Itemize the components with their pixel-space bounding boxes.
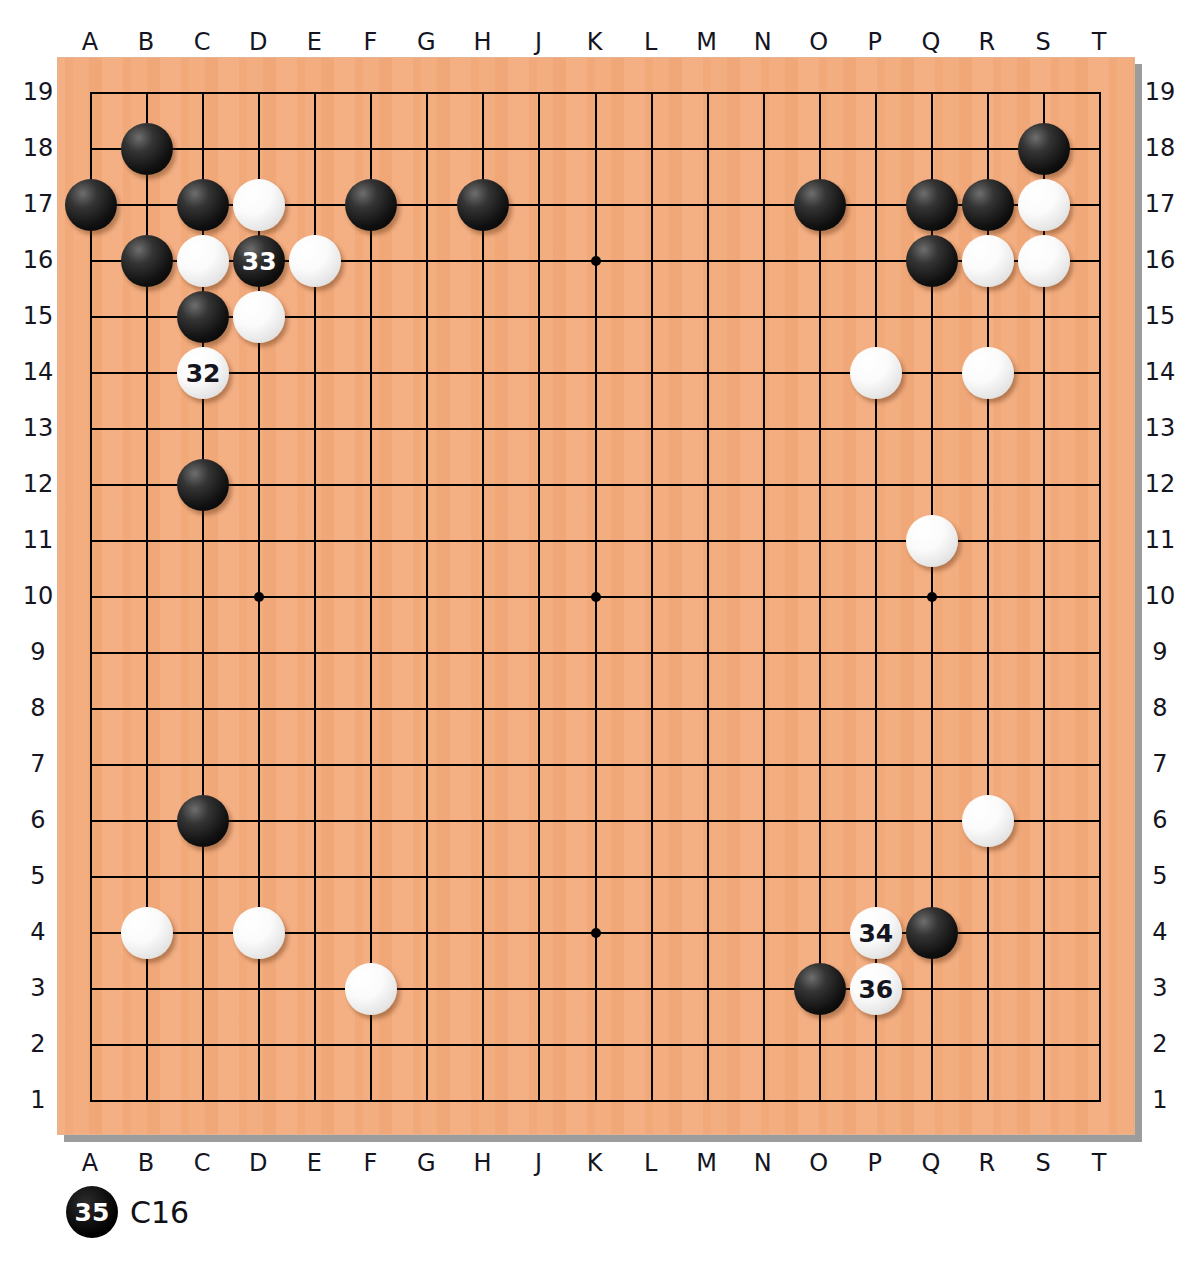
grid-line-horizontal — [90, 820, 1101, 822]
move-number-label: 32 — [186, 361, 221, 386]
col-label-top-B: B — [138, 28, 154, 56]
row-label-left-12: 12 — [23, 470, 54, 498]
row-label-right-5: 5 — [1152, 862, 1167, 890]
grid-line-horizontal — [90, 876, 1101, 878]
page: 33323436 AABBCCDDEEFFGGHHJJKKLLMMNNOOPPQ… — [0, 0, 1200, 1270]
row-label-left-7: 7 — [30, 750, 45, 778]
grid-line-vertical — [819, 92, 821, 1102]
caption: 35 C16 — [66, 1186, 189, 1238]
row-label-right-12: 12 — [1145, 470, 1176, 498]
star-point-K16 — [591, 256, 601, 266]
row-label-left-10: 10 — [23, 582, 54, 610]
col-label-top-G: G — [417, 28, 436, 56]
col-label-bottom-T: T — [1092, 1149, 1107, 1177]
grid-line-horizontal — [90, 708, 1101, 710]
row-label-left-2: 2 — [30, 1030, 45, 1058]
stone-white-E16 — [289, 235, 341, 287]
col-label-bottom-J: J — [535, 1149, 542, 1177]
star-point-D10 — [254, 592, 264, 602]
stone-black-A17 — [65, 179, 117, 231]
row-label-left-19: 19 — [23, 78, 54, 106]
row-label-left-17: 17 — [23, 190, 54, 218]
row-label-right-10: 10 — [1145, 582, 1176, 610]
row-label-left-1: 1 — [30, 1086, 45, 1114]
caption-move-stone-icon: 35 — [66, 1186, 118, 1238]
stone-white-C14: 32 — [177, 347, 229, 399]
grid-line-horizontal — [90, 988, 1101, 990]
col-label-bottom-N: N — [754, 1149, 772, 1177]
go-board: 33323436 — [57, 57, 1135, 1135]
row-label-right-6: 6 — [1152, 806, 1167, 834]
stone-white-R6 — [962, 795, 1014, 847]
stone-black-H17 — [457, 179, 509, 231]
stone-white-S17 — [1018, 179, 1070, 231]
col-label-top-F: F — [363, 28, 377, 56]
grid-line-horizontal — [90, 1044, 1101, 1046]
stone-black-B16 — [121, 235, 173, 287]
caption-move-number: 35 — [75, 1198, 110, 1227]
star-point-K4 — [591, 928, 601, 938]
row-label-left-14: 14 — [23, 358, 54, 386]
row-label-right-4: 4 — [1152, 918, 1167, 946]
row-label-left-11: 11 — [23, 526, 54, 554]
col-label-top-Q: Q — [921, 28, 940, 56]
col-label-top-S: S — [1035, 28, 1050, 56]
row-label-right-16: 16 — [1145, 246, 1176, 274]
stone-white-Q11 — [906, 515, 958, 567]
move-number-label: 36 — [858, 977, 893, 1002]
col-label-bottom-K: K — [587, 1149, 603, 1177]
stone-black-B18 — [121, 123, 173, 175]
stone-white-P3: 36 — [850, 963, 902, 1015]
col-label-top-O: O — [809, 28, 828, 56]
col-label-bottom-B: B — [138, 1149, 154, 1177]
row-label-right-14: 14 — [1145, 358, 1176, 386]
col-label-bottom-H: H — [473, 1149, 491, 1177]
stone-black-C17 — [177, 179, 229, 231]
row-label-left-5: 5 — [30, 862, 45, 890]
col-label-bottom-C: C — [194, 1149, 211, 1177]
grid-line-vertical — [763, 92, 765, 1102]
grid-line-vertical — [707, 92, 709, 1102]
grid-line-vertical — [651, 92, 653, 1102]
col-label-top-M: M — [696, 28, 717, 56]
col-label-top-P: P — [868, 28, 882, 56]
col-label-bottom-L: L — [644, 1149, 657, 1177]
row-label-left-3: 3 — [30, 974, 45, 1002]
row-label-left-13: 13 — [23, 414, 54, 442]
stone-white-R16 — [962, 235, 1014, 287]
row-label-left-6: 6 — [30, 806, 45, 834]
star-point-Q10 — [927, 592, 937, 602]
stone-black-O3 — [794, 963, 846, 1015]
stone-black-F17 — [345, 179, 397, 231]
row-label-left-15: 15 — [23, 302, 54, 330]
col-label-top-A: A — [82, 28, 98, 56]
row-label-right-3: 3 — [1152, 974, 1167, 1002]
row-label-right-9: 9 — [1152, 638, 1167, 666]
row-label-right-8: 8 — [1152, 694, 1167, 722]
col-label-top-J: J — [535, 28, 542, 56]
col-label-bottom-R: R — [979, 1149, 996, 1177]
col-label-bottom-G: G — [417, 1149, 436, 1177]
stone-black-Q17 — [906, 179, 958, 231]
row-label-right-1: 1 — [1152, 1086, 1167, 1114]
stone-black-C6 — [177, 795, 229, 847]
col-label-top-C: C — [194, 28, 211, 56]
col-label-bottom-Q: Q — [921, 1149, 940, 1177]
col-label-top-K: K — [587, 28, 603, 56]
col-label-top-T: T — [1092, 28, 1107, 56]
col-label-bottom-P: P — [868, 1149, 882, 1177]
stone-black-D16: 33 — [233, 235, 285, 287]
stone-black-S18 — [1018, 123, 1070, 175]
row-label-right-19: 19 — [1145, 78, 1176, 106]
row-label-left-16: 16 — [23, 246, 54, 274]
stone-white-S16 — [1018, 235, 1070, 287]
col-label-bottom-S: S — [1035, 1149, 1050, 1177]
row-label-left-8: 8 — [30, 694, 45, 722]
row-label-right-17: 17 — [1145, 190, 1176, 218]
stone-white-D17 — [233, 179, 285, 231]
col-label-bottom-E: E — [307, 1149, 322, 1177]
col-label-bottom-A: A — [82, 1149, 98, 1177]
col-label-bottom-O: O — [809, 1149, 828, 1177]
row-label-left-18: 18 — [23, 134, 54, 162]
col-label-top-R: R — [979, 28, 996, 56]
grid-line-horizontal — [90, 1100, 1101, 1102]
stone-black-R17 — [962, 179, 1014, 231]
stone-white-P14 — [850, 347, 902, 399]
stone-black-Q16 — [906, 235, 958, 287]
stone-black-C12 — [177, 459, 229, 511]
row-label-left-4: 4 — [30, 918, 45, 946]
stone-white-F3 — [345, 963, 397, 1015]
row-label-right-15: 15 — [1145, 302, 1176, 330]
col-label-bottom-F: F — [363, 1149, 377, 1177]
grid-line-horizontal — [90, 652, 1101, 654]
row-label-right-2: 2 — [1152, 1030, 1167, 1058]
stone-black-Q4 — [906, 907, 958, 959]
move-number-label: 34 — [858, 921, 893, 946]
col-label-bottom-D: D — [249, 1149, 267, 1177]
row-label-left-9: 9 — [30, 638, 45, 666]
stone-white-P4: 34 — [850, 907, 902, 959]
caption-coordinate: C16 — [130, 1195, 189, 1230]
col-label-top-D: D — [249, 28, 267, 56]
move-number-label: 33 — [242, 249, 277, 274]
col-label-top-L: L — [644, 28, 657, 56]
stone-white-D15 — [233, 291, 285, 343]
row-label-right-18: 18 — [1145, 134, 1176, 162]
stone-white-R14 — [962, 347, 1014, 399]
grid-line-horizontal — [90, 764, 1101, 766]
stone-black-C15 — [177, 291, 229, 343]
star-point-K10 — [591, 592, 601, 602]
stone-white-B4 — [121, 907, 173, 959]
row-label-right-11: 11 — [1145, 526, 1176, 554]
stone-white-C16 — [177, 235, 229, 287]
stone-white-D4 — [233, 907, 285, 959]
grid-line-vertical — [1099, 92, 1101, 1102]
col-label-top-H: H — [473, 28, 491, 56]
col-label-bottom-M: M — [696, 1149, 717, 1177]
row-label-right-13: 13 — [1145, 414, 1176, 442]
row-label-right-7: 7 — [1152, 750, 1167, 778]
col-label-top-E: E — [307, 28, 322, 56]
col-label-top-N: N — [754, 28, 772, 56]
stone-black-O17 — [794, 179, 846, 231]
